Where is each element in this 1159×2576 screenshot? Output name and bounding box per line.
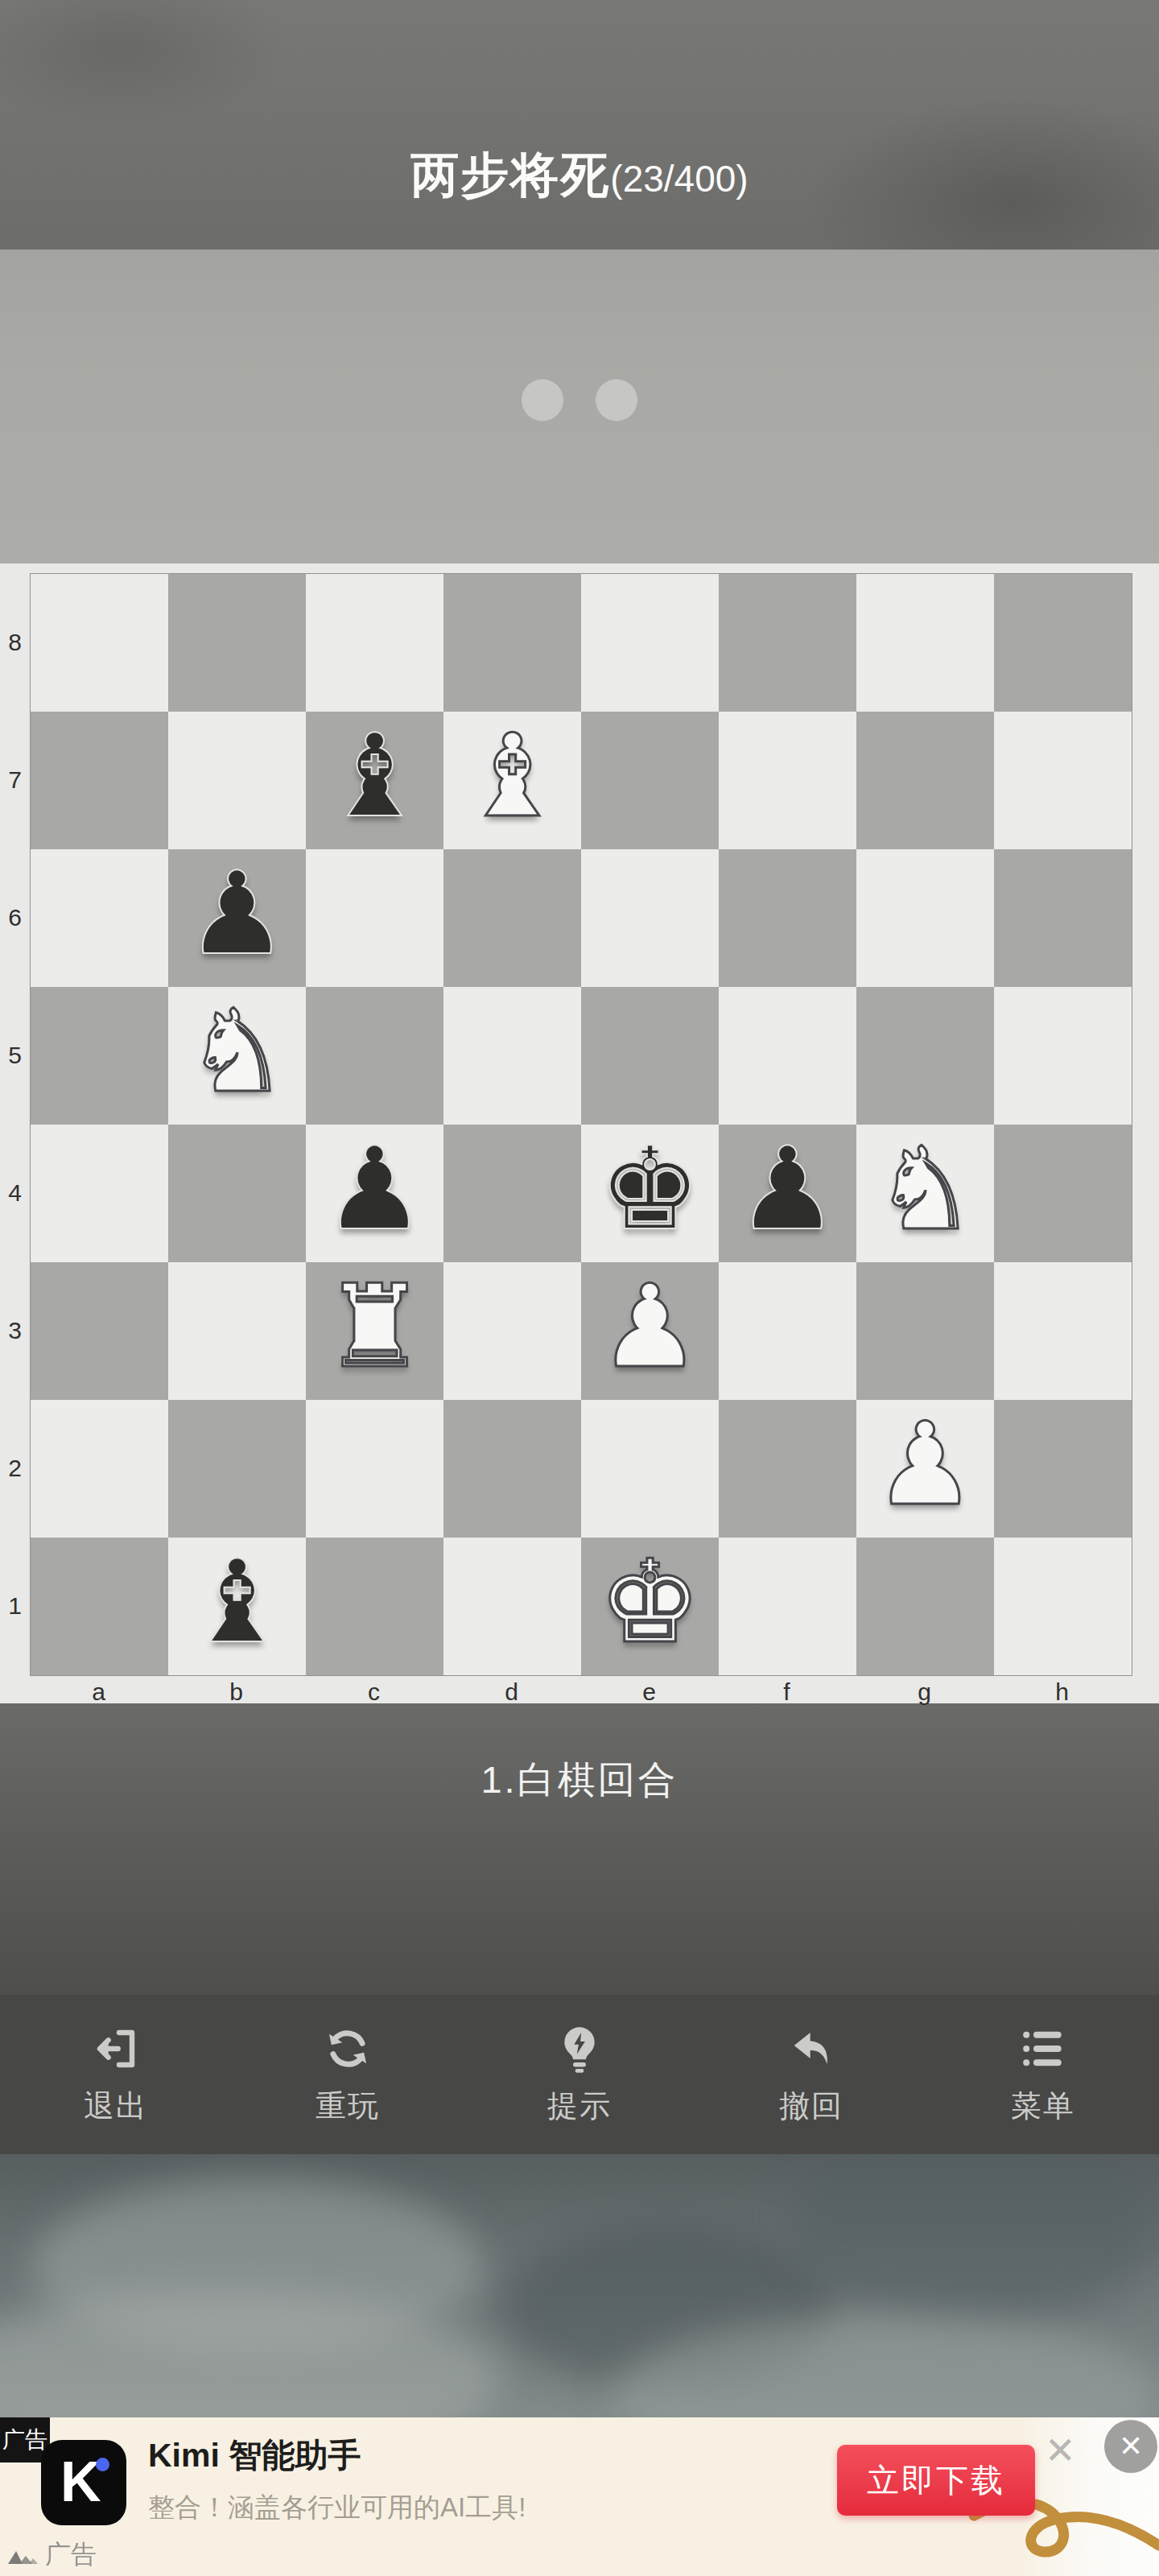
square-c6[interactable] [306, 849, 443, 987]
hint-icon [554, 2023, 605, 2074]
square-b7[interactable] [168, 712, 306, 849]
file-label-c: c [305, 1678, 443, 1706]
piece-white-knight[interactable]: ♞ [874, 1132, 976, 1246]
piece-white-knight[interactable]: ♞ [186, 994, 288, 1108]
piece-black-pawn[interactable]: ♟ [736, 1132, 839, 1246]
exit-icon [90, 2023, 142, 2074]
menu-label: 菜单 [1011, 2086, 1075, 2127]
rank-label-3: 3 [0, 1261, 30, 1399]
replay-label: 重玩 [316, 2086, 380, 2127]
undo-button[interactable]: 撤回 [779, 2023, 843, 2127]
square-a1[interactable] [31, 1538, 168, 1675]
rank-label-5: 5 [0, 986, 30, 1124]
undo-label: 撤回 [779, 2086, 843, 2127]
square-g3[interactable] [856, 1262, 994, 1400]
kimi-logo-dot [96, 2458, 109, 2471]
kimi-logo: K [41, 2440, 126, 2525]
download-button[interactable]: 立即下载 [837, 2445, 1035, 2516]
rank-label-2: 2 [0, 1399, 30, 1537]
square-e2[interactable] [581, 1400, 719, 1538]
square-h2[interactable] [994, 1400, 1132, 1538]
square-a7[interactable] [31, 712, 168, 849]
square-h1[interactable] [994, 1538, 1132, 1675]
square-a2[interactable] [31, 1400, 168, 1538]
square-d1[interactable] [443, 1538, 581, 1675]
ad-watermark: 广告 [6, 2537, 97, 2573]
square-f6[interactable] [719, 849, 856, 987]
board-panel: 87654321 ♝♝♟♞♟♚♟♞♜♟♟♝♚ abcdefgh [0, 563, 1159, 1703]
ad-tagline: 整合！涵盖各行业可用的AI工具! [148, 2490, 526, 2526]
exit-button[interactable]: 退出 [84, 2023, 148, 2127]
piece-white-pawn[interactable]: ♟ [599, 1269, 701, 1384]
square-h7[interactable] [994, 712, 1132, 849]
undo-icon [786, 2023, 837, 2074]
square-g4[interactable]: ♞ [856, 1125, 994, 1262]
rank-label-4: 4 [0, 1124, 30, 1261]
square-h8[interactable] [994, 574, 1132, 712]
square-d4[interactable] [443, 1125, 581, 1262]
piece-black-pawn[interactable]: ♟ [186, 857, 288, 971]
square-d8[interactable] [443, 574, 581, 712]
file-label-a: a [30, 1678, 167, 1706]
square-g6[interactable] [856, 849, 994, 987]
file-labels: abcdefgh [30, 1678, 1131, 1706]
rank-labels: 87654321 [0, 573, 30, 1674]
square-a6[interactable] [31, 849, 168, 987]
square-f8[interactable] [719, 574, 856, 712]
piece-white-bishop[interactable]: ♝ [461, 719, 563, 833]
file-label-h: h [993, 1678, 1131, 1706]
ad-banner[interactable]: 广告 K Kimi 智能助手 整合！涵盖各行业可用的AI工具! 立即下载 ✕ ✕… [0, 2417, 1159, 2576]
background-fog [0, 2154, 1159, 2417]
bottom-toolbar: 退出 重玩 提示 撤回 [0, 1995, 1159, 2154]
background-sky [0, 0, 1159, 250]
app-screen: 两步将死(23/400) 87654321 ♝♝♟♞♟♚♟♞♜♟♟♝♚ abcd… [0, 0, 1159, 2576]
square-b2[interactable] [168, 1400, 306, 1538]
piece-white-pawn[interactable]: ♟ [874, 1407, 976, 1521]
square-d3[interactable] [443, 1262, 581, 1400]
square-b3[interactable] [168, 1262, 306, 1400]
puzzle-title: 两步将死 [410, 148, 610, 202]
square-f5[interactable] [719, 987, 856, 1125]
ad-app-name: Kimi 智能助手 [148, 2434, 361, 2478]
square-e4[interactable]: ♚ [581, 1125, 719, 1262]
piece-black-king[interactable]: ♚ [599, 1132, 701, 1246]
square-d5[interactable] [443, 987, 581, 1125]
square-d2[interactable] [443, 1400, 581, 1538]
square-b4[interactable] [168, 1125, 306, 1262]
file-label-b: b [167, 1678, 305, 1706]
piece-black-bishop[interactable]: ♝ [324, 719, 426, 833]
square-c3[interactable]: ♜ [306, 1262, 443, 1400]
hint-button[interactable]: 提示 [547, 2023, 612, 2127]
square-h4[interactable] [994, 1125, 1132, 1262]
square-d6[interactable] [443, 849, 581, 987]
square-c5[interactable] [306, 987, 443, 1125]
piece-black-bishop[interactable]: ♝ [186, 1545, 288, 1659]
rank-label-8: 8 [0, 573, 30, 711]
square-c1[interactable] [306, 1538, 443, 1675]
square-a4[interactable] [31, 1125, 168, 1262]
square-g8[interactable] [856, 574, 994, 712]
menu-icon [1017, 2023, 1069, 2074]
square-c2[interactable] [306, 1400, 443, 1538]
square-c4[interactable]: ♟ [306, 1125, 443, 1262]
hint-label: 提示 [547, 2086, 612, 2127]
puzzle-progress: (23/400) [610, 158, 748, 200]
kimi-logo-letter: K [60, 2450, 101, 2514]
file-label-e: e [580, 1678, 718, 1706]
page-title: 两步将死(23/400) [0, 143, 1159, 208]
ad-watermark-icon [6, 2545, 39, 2566]
square-h6[interactable] [994, 849, 1132, 987]
square-f2[interactable] [719, 1400, 856, 1538]
piece-white-rook[interactable]: ♜ [324, 1269, 426, 1384]
square-c7[interactable]: ♝ [306, 712, 443, 849]
background-lower [0, 1703, 1159, 1995]
square-e3[interactable]: ♟ [581, 1262, 719, 1400]
square-b5[interactable]: ♞ [168, 987, 306, 1125]
square-f4[interactable]: ♟ [719, 1125, 856, 1262]
replay-icon [322, 2023, 373, 2074]
ad-close-circle-icon[interactable]: ✕ [1104, 2420, 1157, 2473]
turn-status: 1.白棋回合 [0, 1755, 1159, 1806]
square-h5[interactable] [994, 987, 1132, 1125]
square-f3[interactable] [719, 1262, 856, 1400]
square-e5[interactable] [581, 987, 719, 1125]
pager-dots [0, 379, 1159, 421]
square-f1[interactable] [719, 1538, 856, 1675]
replay-button[interactable]: 重玩 [316, 2023, 380, 2127]
file-label-d: d [443, 1678, 580, 1706]
square-b8[interactable] [168, 574, 306, 712]
square-e6[interactable] [581, 849, 719, 987]
square-a8[interactable] [31, 574, 168, 712]
file-label-f: f [718, 1678, 856, 1706]
square-g7[interactable] [856, 712, 994, 849]
file-label-g: g [856, 1678, 993, 1706]
ad-close-icon[interactable]: ✕ [1045, 2429, 1076, 2472]
pager-dot[interactable] [522, 379, 563, 421]
square-f7[interactable] [719, 712, 856, 849]
rank-label-1: 1 [0, 1537, 30, 1674]
square-b6[interactable]: ♟ [168, 849, 306, 987]
exit-label: 退出 [84, 2086, 148, 2127]
square-b1[interactable]: ♝ [168, 1538, 306, 1675]
square-e8[interactable] [581, 574, 719, 712]
pager-dot[interactable] [596, 379, 637, 421]
square-h3[interactable] [994, 1262, 1132, 1400]
piece-black-pawn[interactable]: ♟ [324, 1132, 426, 1246]
square-c8[interactable] [306, 574, 443, 712]
piece-white-king[interactable]: ♚ [599, 1545, 701, 1659]
menu-button[interactable]: 菜单 [1011, 2023, 1075, 2127]
square-a5[interactable] [31, 987, 168, 1125]
square-a3[interactable] [31, 1262, 168, 1400]
square-g5[interactable] [856, 987, 994, 1125]
square-d7[interactable]: ♝ [443, 712, 581, 849]
square-g1[interactable] [856, 1538, 994, 1675]
board-grid: ♝♝♟♞♟♚♟♞♜♟♟♝♚ [30, 573, 1132, 1676]
square-g2[interactable]: ♟ [856, 1400, 994, 1538]
rank-label-6: 6 [0, 848, 30, 986]
square-e1[interactable]: ♚ [581, 1538, 719, 1675]
rank-label-7: 7 [0, 711, 30, 848]
ad-watermark-label: 广告 [45, 2537, 97, 2573]
square-e7[interactable] [581, 712, 719, 849]
